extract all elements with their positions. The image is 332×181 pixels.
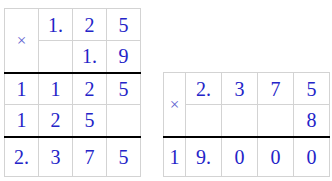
grid-row: 8 [164, 105, 330, 137]
grid-cell: 1 [5, 73, 39, 105]
grid-cell: 5 [73, 105, 107, 137]
grid-cell: 1. [73, 41, 107, 73]
grid-cell: 9. [186, 137, 222, 177]
grid-cell: 7 [73, 137, 107, 177]
grid-row: × 2. 3 7 5 [164, 73, 330, 105]
grid-cell: 2 [73, 73, 107, 105]
grid-cell: 1 [164, 137, 186, 177]
multiplication-grid-1: × 1. 2 5 1. 9 1 1 2 5 1 2 5 2. 3 7 5 [4, 8, 141, 177]
grid-cell: 2 [73, 9, 107, 41]
grid-cell [39, 41, 73, 73]
grid-cell [186, 105, 222, 137]
result-row: 1 9. 0 0 0 [164, 137, 330, 177]
grid-cell: 2. [186, 73, 222, 105]
grid-cell [258, 105, 294, 137]
grid-cell: 2 [39, 105, 73, 137]
grid-cell: 3 [39, 137, 73, 177]
grid-cell: 5 [107, 137, 141, 177]
worksheet-canvas: × 1. 2 5 1. 9 1 1 2 5 1 2 5 2. 3 7 5 [0, 0, 332, 181]
grid-cell [222, 105, 258, 137]
multiply-sign: × [164, 73, 186, 137]
grid-cell: 5 [294, 73, 330, 105]
partial-product-row: 1 1 2 5 [5, 73, 141, 105]
multiplication-grid-2: × 2. 3 7 5 8 1 9. 0 0 0 [163, 72, 330, 177]
grid-cell: 7 [258, 73, 294, 105]
grid-cell: 1 [39, 73, 73, 105]
grid-cell: 1. [39, 9, 73, 41]
grid-cell: 8 [294, 105, 330, 137]
grid-row: × 1. 2 5 [5, 9, 141, 41]
grid-cell [107, 105, 141, 137]
grid-cell: 0 [222, 137, 258, 177]
grid-cell: 3 [222, 73, 258, 105]
partial-product-row: 1 2 5 [5, 105, 141, 137]
grid-cell: 0 [258, 137, 294, 177]
grid-cell: 9 [107, 41, 141, 73]
grid-cell: 0 [294, 137, 330, 177]
multiply-sign: × [5, 9, 39, 73]
grid-cell: 2. [5, 137, 39, 177]
grid-cell: 5 [107, 9, 141, 41]
grid-cell: 5 [107, 73, 141, 105]
result-row: 2. 3 7 5 [5, 137, 141, 177]
grid-cell: 1 [5, 105, 39, 137]
